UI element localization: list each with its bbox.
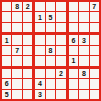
sudoku-cell-r1c6[interactable] <box>56 2 65 11</box>
sudoku-cell-r6c3[interactable] <box>23 56 32 65</box>
sudoku-cell-r8c5[interactable] <box>46 79 55 88</box>
sudoku-cell-r5c6[interactable] <box>56 46 65 55</box>
sudoku-cell-r8c7[interactable] <box>69 79 78 88</box>
sudoku-cell-r8c9[interactable] <box>90 79 99 88</box>
sudoku-cell-r2c8[interactable] <box>79 12 88 21</box>
sudoku-cell-r7c9[interactable] <box>90 69 99 78</box>
sudoku-cell-r3c7[interactable] <box>69 23 78 32</box>
sudoku-cell-r6c4[interactable] <box>35 56 44 65</box>
sudoku-cell-r6c6[interactable] <box>56 56 65 65</box>
sudoku-cell-r1c8[interactable] <box>79 2 88 11</box>
sudoku-cell-r6c8[interactable] <box>79 56 88 65</box>
sudoku-cell-r8c4[interactable]: 4 <box>35 79 44 88</box>
sudoku-cell-r8c2[interactable] <box>12 79 21 88</box>
sudoku-cell-r5c3[interactable] <box>23 46 32 55</box>
sudoku-cell-r9c7[interactable] <box>69 90 78 99</box>
sudoku-cell-r9c5[interactable] <box>46 90 55 99</box>
sudoku-cell-r9c3[interactable] <box>23 90 32 99</box>
sudoku-cell-r7c6[interactable]: 2 <box>56 69 65 78</box>
sudoku-cell-r5c5[interactable]: 8 <box>46 46 55 55</box>
sudoku-cell-r4c5[interactable] <box>46 35 55 44</box>
sudoku-cell-r2c6[interactable] <box>56 12 65 21</box>
sudoku-cell-r9c8[interactable] <box>79 90 88 99</box>
sudoku-cell-r4c2[interactable] <box>12 35 21 44</box>
sudoku-cell-r3c1[interactable] <box>2 23 11 32</box>
sudoku-cell-r4c4[interactable] <box>35 35 44 44</box>
sudoku-cell-r9c6[interactable] <box>56 90 65 99</box>
sudoku-cell-r2c3[interactable] <box>23 12 32 21</box>
sudoku-cell-r2c7[interactable] <box>69 12 78 21</box>
sudoku-cell-r2c4[interactable]: 1 <box>35 12 44 21</box>
sudoku-cell-r6c7[interactable]: 1 <box>69 56 78 65</box>
sudoku-cell-r7c7[interactable] <box>69 69 78 78</box>
sudoku-cell-r4c6[interactable] <box>56 35 65 44</box>
sudoku-cell-r1c2[interactable]: 8 <box>12 2 21 11</box>
sudoku-cell-r7c4[interactable] <box>35 69 44 78</box>
sudoku-cell-r6c1[interactable] <box>2 56 11 65</box>
sudoku-cell-r7c5[interactable] <box>46 69 55 78</box>
sudoku-cell-r6c9[interactable] <box>90 56 99 65</box>
sudoku-cell-r4c3[interactable] <box>23 35 32 44</box>
sudoku-cell-r5c8[interactable] <box>79 46 88 55</box>
sudoku-cell-r1c4[interactable] <box>35 2 44 11</box>
sudoku-cell-r9c9[interactable] <box>90 90 99 99</box>
sudoku-cell-r3c9[interactable] <box>90 23 99 32</box>
sudoku-cell-r2c9[interactable] <box>90 12 99 21</box>
sudoku-cell-r4c9[interactable] <box>90 35 99 44</box>
sudoku-cell-r6c5[interactable] <box>46 56 55 65</box>
sudoku-cell-r3c8[interactable] <box>79 23 88 32</box>
sudoku-cell-r3c2[interactable] <box>12 23 21 32</box>
sudoku-cell-r2c2[interactable] <box>12 12 21 21</box>
sudoku-cell-r5c1[interactable] <box>2 46 11 55</box>
sudoku-cell-r9c4[interactable]: 3 <box>35 90 44 99</box>
sudoku-cell-r5c2[interactable]: 7 <box>12 46 21 55</box>
sudoku-cell-r4c8[interactable]: 3 <box>79 35 88 44</box>
sudoku-cell-r6c2[interactable] <box>12 56 21 65</box>
sudoku-cell-r8c3[interactable] <box>23 79 32 88</box>
sudoku-cell-r3c5[interactable] <box>46 23 55 32</box>
sudoku-cell-r2c1[interactable] <box>2 12 11 21</box>
sudoku-cell-r3c4[interactable] <box>35 23 44 32</box>
sudoku-grid: 82715163781286453 <box>2 2 99 99</box>
sudoku-cell-r1c5[interactable] <box>46 2 55 11</box>
sudoku-cell-r1c3[interactable]: 2 <box>23 2 32 11</box>
sudoku-cell-r9c2[interactable] <box>12 90 21 99</box>
sudoku-cell-r8c6[interactable] <box>56 79 65 88</box>
sudoku-cell-r5c4[interactable] <box>35 46 44 55</box>
sudoku-cell-r5c7[interactable] <box>69 46 78 55</box>
sudoku-cell-r8c1[interactable]: 6 <box>2 79 11 88</box>
sudoku-cell-r8c8[interactable] <box>79 79 88 88</box>
sudoku-cell-r1c7[interactable] <box>69 2 78 11</box>
sudoku-cell-r7c3[interactable] <box>23 69 32 78</box>
sudoku-cell-r7c2[interactable] <box>12 69 21 78</box>
sudoku-cell-r3c3[interactable] <box>23 23 32 32</box>
sudoku-board: 82715163781286453 <box>0 0 101 101</box>
sudoku-cell-r1c1[interactable] <box>2 2 11 11</box>
sudoku-cell-r4c7[interactable]: 6 <box>69 35 78 44</box>
sudoku-cell-r5c9[interactable] <box>90 46 99 55</box>
sudoku-cell-r9c1[interactable]: 5 <box>2 90 11 99</box>
sudoku-cell-r1c9[interactable]: 7 <box>90 2 99 11</box>
sudoku-cell-r3c6[interactable] <box>56 23 65 32</box>
sudoku-cell-r7c1[interactable] <box>2 69 11 78</box>
sudoku-cell-r2c5[interactable]: 5 <box>46 12 55 21</box>
sudoku-cell-r4c1[interactable]: 1 <box>2 35 11 44</box>
sudoku-cell-r7c8[interactable]: 8 <box>79 69 88 78</box>
